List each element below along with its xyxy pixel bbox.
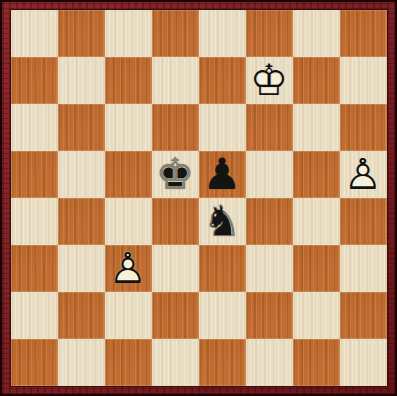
square-e7[interactable] [199,57,246,104]
square-g2[interactable] [293,292,340,339]
square-b8[interactable] [58,10,105,57]
white-pawn: ♟♙ [105,245,152,292]
square-h7[interactable] [340,57,387,104]
black-king: ♚♔ [152,151,199,198]
square-g5[interactable] [293,151,340,198]
square-h6[interactable] [340,104,387,151]
square-g7[interactable] [293,57,340,104]
square-h1[interactable] [340,339,387,386]
square-b6[interactable] [58,104,105,151]
square-f1[interactable] [246,339,293,386]
chessboard: ♚♔♚♔♟♟♙♞♘♟♙ [10,9,388,387]
square-e6[interactable] [199,104,246,151]
square-e1[interactable] [199,339,246,386]
square-a6[interactable] [11,104,58,151]
square-e5[interactable]: ♟ [199,151,246,198]
square-g8[interactable] [293,10,340,57]
square-c3[interactable]: ♟♙ [105,245,152,292]
square-f7[interactable]: ♚♔ [246,57,293,104]
square-b7[interactable] [58,57,105,104]
piece-detail-lines: ♔ [152,151,199,198]
square-a8[interactable] [11,10,58,57]
square-d1[interactable] [152,339,199,386]
square-d5[interactable]: ♚♔ [152,151,199,198]
square-b3[interactable] [58,245,105,292]
square-d8[interactable] [152,10,199,57]
white-king: ♚♔ [246,57,293,104]
square-g3[interactable] [293,245,340,292]
piece-outline: ♙ [105,245,152,292]
square-a2[interactable] [11,292,58,339]
square-f3[interactable] [246,245,293,292]
square-d4[interactable] [152,198,199,245]
square-c2[interactable] [105,292,152,339]
square-g6[interactable] [293,104,340,151]
square-a3[interactable] [11,245,58,292]
square-f4[interactable] [246,198,293,245]
square-c7[interactable] [105,57,152,104]
square-e4[interactable]: ♞♘ [199,198,246,245]
square-b5[interactable] [58,151,105,198]
white-pawn: ♟♙ [340,151,387,198]
square-b4[interactable] [58,198,105,245]
square-c6[interactable] [105,104,152,151]
square-h4[interactable] [340,198,387,245]
square-g1[interactable] [293,339,340,386]
square-a1[interactable] [11,339,58,386]
square-c8[interactable] [105,10,152,57]
square-h2[interactable] [340,292,387,339]
square-f5[interactable] [246,151,293,198]
square-f2[interactable] [246,292,293,339]
square-e3[interactable] [199,245,246,292]
piece-outline: ♔ [246,57,293,104]
chess-diagram: ♚♔♚♔♟♟♙♞♘♟♙ [0,0,397,396]
square-d3[interactable] [152,245,199,292]
square-d2[interactable] [152,292,199,339]
black-pawn: ♟ [199,151,246,198]
black-knight: ♞♘ [199,198,246,245]
square-a5[interactable] [11,151,58,198]
square-e8[interactable] [199,10,246,57]
square-e2[interactable] [199,292,246,339]
square-f8[interactable] [246,10,293,57]
square-a4[interactable] [11,198,58,245]
piece-detail-lines: ♘ [199,198,246,245]
piece-fill: ♟ [199,151,246,198]
square-b2[interactable] [58,292,105,339]
square-g4[interactable] [293,198,340,245]
square-c5[interactable] [105,151,152,198]
square-c1[interactable] [105,339,152,386]
square-d7[interactable] [152,57,199,104]
square-h5[interactable]: ♟♙ [340,151,387,198]
square-h8[interactable] [340,10,387,57]
square-b1[interactable] [58,339,105,386]
square-f6[interactable] [246,104,293,151]
square-a7[interactable] [11,57,58,104]
square-h3[interactable] [340,245,387,292]
square-c4[interactable] [105,198,152,245]
square-d6[interactable] [152,104,199,151]
piece-outline: ♙ [340,151,387,198]
chessboard-frame: ♚♔♚♔♟♟♙♞♘♟♙ [0,0,397,396]
